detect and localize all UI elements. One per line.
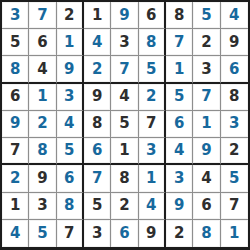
sudoku-cell[interactable]: 8: [221, 84, 248, 111]
sudoku-cell[interactable]: 8: [57, 193, 84, 220]
sudoku-cell[interactable]: 4: [84, 29, 111, 56]
sudoku-cell[interactable]: 2: [111, 193, 138, 220]
sudoku-cell[interactable]: 8: [193, 220, 220, 247]
sudoku-cell[interactable]: 5: [111, 111, 138, 138]
sudoku-cell[interactable]: 6: [84, 138, 111, 165]
sudoku-cell[interactable]: 6: [2, 84, 29, 111]
sudoku-cell[interactable]: 6: [57, 165, 84, 192]
sudoku-cell[interactable]: 6: [193, 193, 220, 220]
sudoku-cell[interactable]: 2: [84, 56, 111, 83]
sudoku-cell[interactable]: 6: [29, 29, 56, 56]
sudoku-cell[interactable]: 3: [166, 165, 193, 192]
sudoku-cell[interactable]: 6: [139, 2, 166, 29]
sudoku-cell[interactable]: 1: [2, 193, 29, 220]
sudoku-cell[interactable]: 8: [29, 138, 56, 165]
sudoku-cell[interactable]: 7: [193, 84, 220, 111]
sudoku-cell[interactable]: 9: [2, 111, 29, 138]
sudoku-cell[interactable]: 3: [193, 56, 220, 83]
sudoku-app: 3721968545614387298492751366139425789248…: [0, 0, 250, 250]
sudoku-cell[interactable]: 5: [2, 29, 29, 56]
sudoku-cell[interactable]: 9: [84, 84, 111, 111]
sudoku-cell[interactable]: 7: [84, 165, 111, 192]
sudoku-cell[interactable]: 3: [139, 138, 166, 165]
sudoku-cell[interactable]: 7: [139, 111, 166, 138]
sudoku-cell[interactable]: 2: [29, 111, 56, 138]
sudoku-cell[interactable]: 8: [84, 111, 111, 138]
sudoku-cell[interactable]: 9: [57, 56, 84, 83]
sudoku-cell[interactable]: 2: [166, 220, 193, 247]
sudoku-cell[interactable]: 4: [2, 220, 29, 247]
sudoku-cell[interactable]: 2: [2, 165, 29, 192]
sudoku-cell[interactable]: 8: [111, 165, 138, 192]
sudoku-cell[interactable]: 4: [111, 84, 138, 111]
sudoku-cell[interactable]: 5: [166, 84, 193, 111]
sudoku-cell[interactable]: 5: [193, 2, 220, 29]
sudoku-cell[interactable]: 1: [111, 138, 138, 165]
sudoku-cell[interactable]: 3: [57, 84, 84, 111]
sudoku-cell[interactable]: 1: [139, 165, 166, 192]
sudoku-cell[interactable]: 1: [166, 56, 193, 83]
sudoku-cell[interactable]: 5: [139, 56, 166, 83]
sudoku-cell[interactable]: 3: [84, 220, 111, 247]
sudoku-cell[interactable]: 7: [29, 2, 56, 29]
sudoku-cell[interactable]: 1: [29, 84, 56, 111]
sudoku-cell[interactable]: 1: [84, 2, 111, 29]
sudoku-cell[interactable]: 4: [29, 56, 56, 83]
sudoku-cell[interactable]: 9: [221, 29, 248, 56]
sudoku-cell[interactable]: 8: [2, 56, 29, 83]
sudoku-cell[interactable]: 3: [2, 2, 29, 29]
sudoku-cell[interactable]: 5: [84, 193, 111, 220]
sudoku-cell[interactable]: 1: [57, 29, 84, 56]
sudoku-cell[interactable]: 9: [166, 193, 193, 220]
sudoku-cell[interactable]: 1: [193, 111, 220, 138]
sudoku-cell[interactable]: 8: [166, 2, 193, 29]
sudoku-cell[interactable]: 7: [111, 56, 138, 83]
sudoku-cell[interactable]: 3: [29, 193, 56, 220]
sudoku-cell[interactable]: 6: [221, 56, 248, 83]
sudoku-cell[interactable]: 2: [193, 29, 220, 56]
sudoku-cell[interactable]: 4: [166, 138, 193, 165]
sudoku-cell[interactable]: 9: [193, 138, 220, 165]
sudoku-cell[interactable]: 3: [111, 29, 138, 56]
sudoku-cell[interactable]: 2: [57, 2, 84, 29]
sudoku-cell[interactable]: 4: [139, 193, 166, 220]
sudoku-cell[interactable]: 2: [221, 138, 248, 165]
sudoku-cell[interactable]: 4: [193, 165, 220, 192]
sudoku-cell[interactable]: 4: [57, 111, 84, 138]
sudoku-cell[interactable]: 9: [111, 2, 138, 29]
sudoku-board: 3721968545614387298492751366139425789248…: [0, 0, 250, 250]
sudoku-cell[interactable]: 9: [139, 220, 166, 247]
sudoku-cell[interactable]: 5: [221, 165, 248, 192]
sudoku-cell[interactable]: 4: [221, 2, 248, 29]
sudoku-cell[interactable]: 5: [57, 138, 84, 165]
sudoku-cell[interactable]: 7: [57, 220, 84, 247]
sudoku-cell[interactable]: 9: [29, 165, 56, 192]
sudoku-cell[interactable]: 5: [29, 220, 56, 247]
sudoku-cell[interactable]: 1: [221, 220, 248, 247]
sudoku-cell[interactable]: 7: [166, 29, 193, 56]
sudoku-cell[interactable]: 6: [111, 220, 138, 247]
sudoku-cell[interactable]: 2: [139, 84, 166, 111]
sudoku-cell[interactable]: 8: [139, 29, 166, 56]
sudoku-cell[interactable]: 6: [166, 111, 193, 138]
sudoku-cell[interactable]: 3: [221, 111, 248, 138]
sudoku-cell[interactable]: 7: [221, 193, 248, 220]
sudoku-cell[interactable]: 7: [2, 138, 29, 165]
